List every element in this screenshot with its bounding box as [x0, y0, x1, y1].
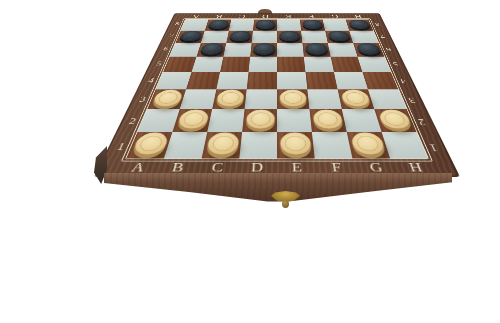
square-d3[interactable] — [245, 89, 277, 109]
square-b3[interactable] — [180, 89, 217, 109]
square-b1[interactable] — [164, 132, 207, 158]
file-label-bottom-f: F — [316, 161, 357, 172]
square-f3[interactable] — [307, 89, 342, 109]
coordinate-frame: ABCDEFGH ABCDEFGH 87654321 87654321 — [102, 15, 451, 172]
file-label-bottom-a: A — [116, 161, 160, 172]
square-c8[interactable] — [229, 20, 254, 31]
square-h5[interactable] — [357, 57, 390, 72]
square-c2[interactable] — [207, 109, 244, 132]
square-e8[interactable] — [277, 20, 301, 31]
file-label-bottom-g: G — [355, 161, 398, 172]
square-c6[interactable] — [223, 43, 251, 57]
square-d7[interactable] — [252, 31, 277, 43]
checker-piece-dark-f6[interactable] — [304, 43, 328, 55]
checker-piece-dark-f8[interactable] — [302, 20, 323, 29]
square-e4[interactable] — [277, 72, 307, 89]
box-front-panel — [104, 173, 452, 206]
file-label-bottom-d: D — [237, 161, 277, 172]
square-f5[interactable] — [304, 57, 334, 72]
brass-clasp-knob — [282, 200, 289, 208]
square-d1[interactable] — [239, 132, 277, 158]
file-labels-bottom: ABCDEFGH — [116, 161, 437, 172]
checkers-board: ABCDEFGH ABCDEFGH 87654321 87654321 — [94, 13, 460, 177]
checker-piece-dark-e7[interactable] — [279, 31, 300, 41]
file-label-bottom-c: C — [197, 161, 238, 172]
square-e5[interactable] — [277, 57, 305, 72]
square-f4[interactable] — [305, 72, 337, 89]
square-d5[interactable] — [249, 57, 277, 72]
square-h1[interactable] — [382, 132, 428, 158]
square-d4[interactable] — [247, 72, 277, 89]
square-c4[interactable] — [216, 72, 248, 89]
square-b7[interactable] — [201, 31, 229, 43]
product-photo-scene: ABCDEFGH ABCDEFGH 87654321 87654321 — [0, 0, 500, 323]
square-b5[interactable] — [192, 57, 224, 72]
square-f1[interactable] — [312, 132, 353, 158]
square-h7[interactable] — [349, 31, 378, 43]
square-b4[interactable] — [186, 72, 220, 89]
file-label-bottom-h: H — [394, 161, 438, 172]
square-c5[interactable] — [220, 57, 250, 72]
checker-piece-dark-d6[interactable] — [252, 43, 275, 55]
file-label-bottom-e: E — [277, 161, 317, 172]
checker-piece-dark-d8[interactable] — [255, 20, 275, 29]
square-e2[interactable] — [277, 109, 312, 132]
square-e6[interactable] — [277, 43, 304, 57]
square-h3[interactable] — [368, 89, 407, 109]
square-h4[interactable] — [362, 72, 398, 89]
file-label-bottom-b: B — [156, 161, 199, 172]
square-f7[interactable] — [301, 31, 328, 43]
